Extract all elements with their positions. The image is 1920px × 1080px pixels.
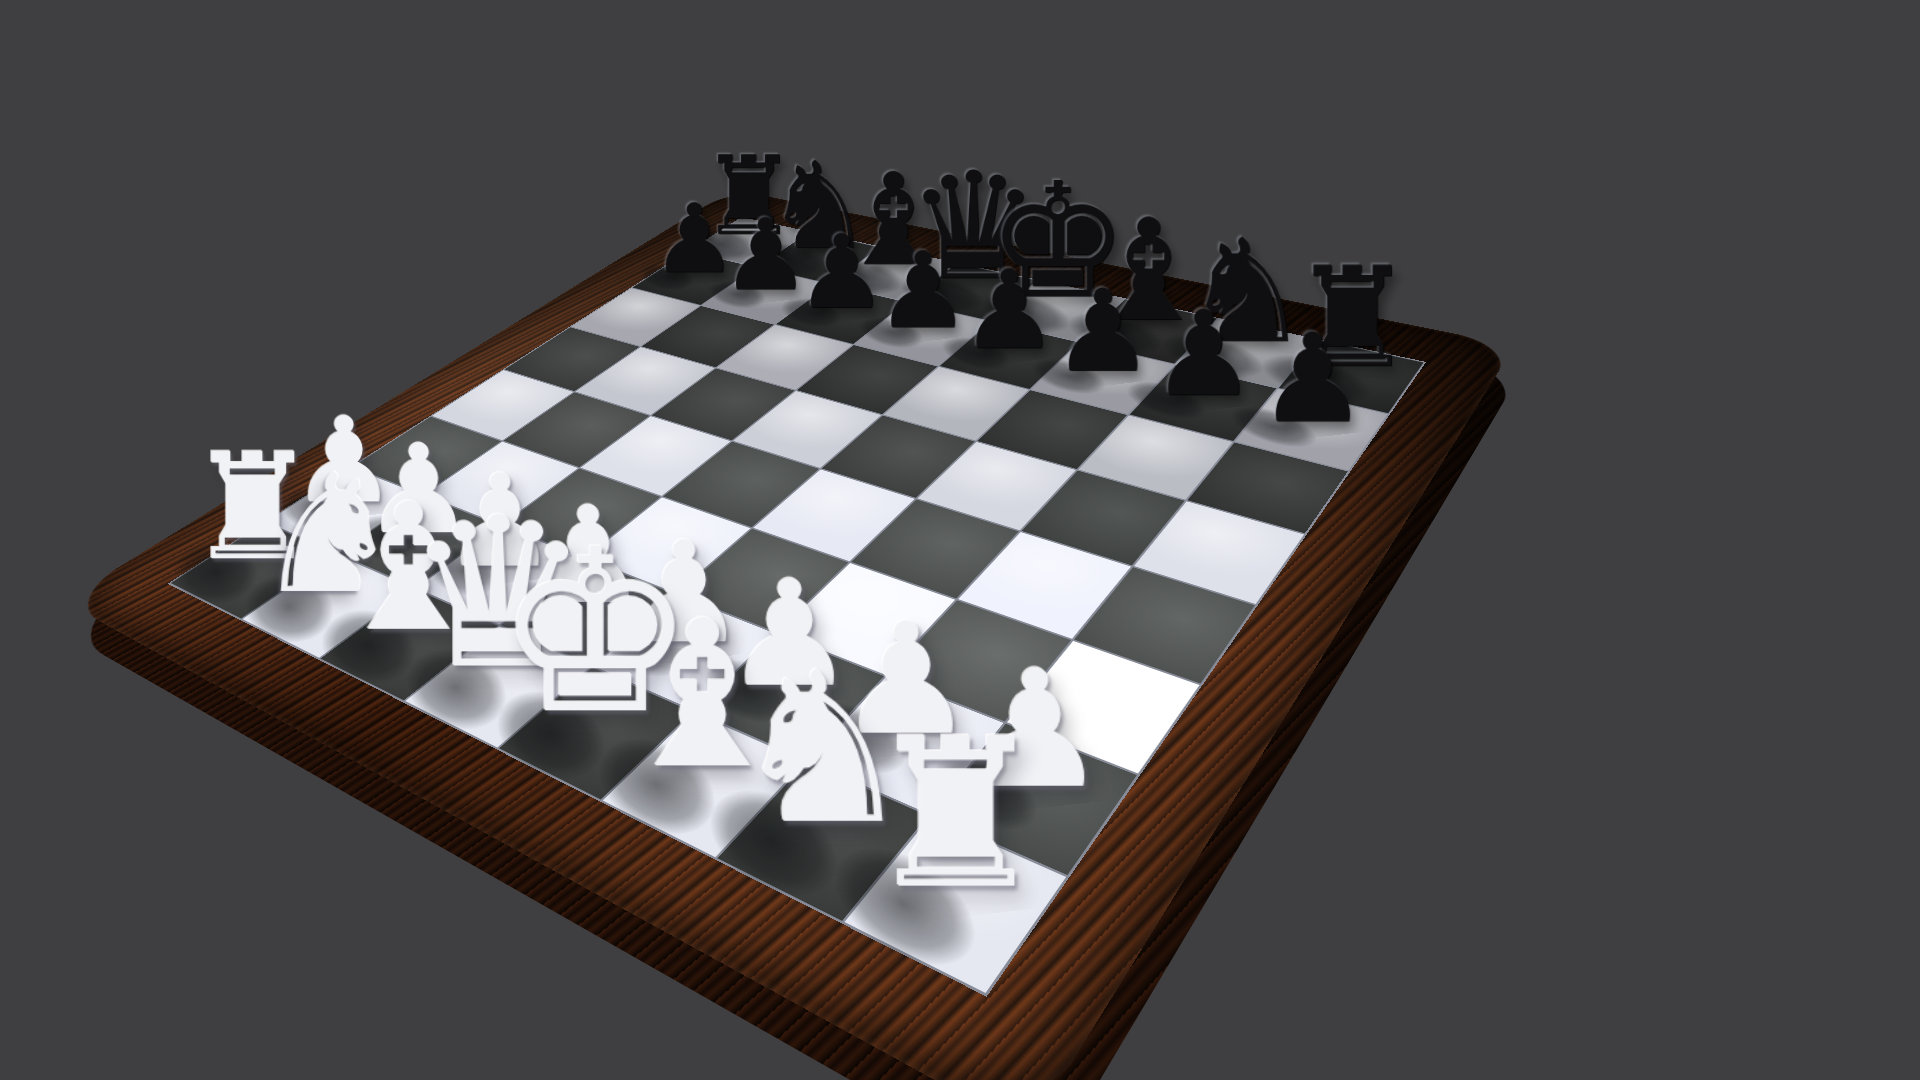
chessboard: ♜♞♝♛♚♝♞♜♟♟♟♟♟♟♟♟♟♟♟♟♟♟♟♟♜♞♝♛♚♝♞♜	[168, 217, 1426, 997]
board-frame: ♜♞♝♛♚♝♞♜♟♟♟♟♟♟♟♟♟♟♟♟♟♟♟♟♜♞♝♛♚♝♞♜	[63, 189, 1514, 1080]
square-h6[interactable]	[1188, 442, 1348, 533]
board-3d: ♜♞♝♛♚♝♞♜♟♟♟♟♟♟♟♟♟♟♟♟♟♟♟♟♜♞♝♛♚♝♞♜	[63, 189, 1514, 1080]
square-h1[interactable]: ♜	[845, 817, 1066, 993]
piece-white-rook[interactable]: ♜	[797, 711, 1116, 917]
piece-black-pawn[interactable]: ♟	[1200, 318, 1424, 440]
chess-3d-scene: ♜♞♝♛♚♝♞♜♟♟♟♟♟♟♟♟♟♟♟♟♟♟♟♟♜♞♝♛♚♝♞♜	[0, 0, 1920, 1080]
